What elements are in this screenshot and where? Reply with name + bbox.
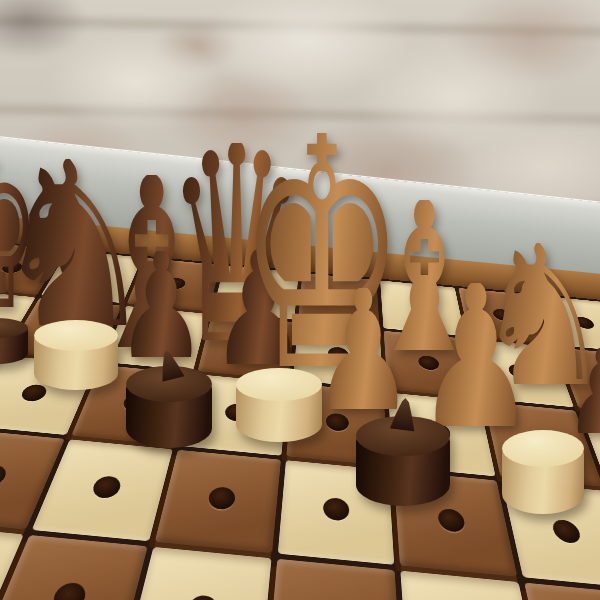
piece-golden-pawn-a[interactable]: ♟ [326, 280, 400, 414]
pawn-glyph: ♟ [566, 348, 600, 436]
board-square[interactable] [155, 449, 281, 552]
pawn-glyph: ♟ [116, 251, 206, 362]
board-square[interactable] [0, 535, 147, 600]
piece-golden-pawn-b[interactable]: ♟ [434, 274, 518, 432]
disc-dark-edge[interactable] [0, 318, 28, 364]
disc-dark-2[interactable] [356, 416, 450, 506]
disc-cream-3[interactable] [502, 430, 584, 514]
pawn-glyph: ♟ [416, 283, 537, 432]
pawn-glyph: ♟ [312, 288, 414, 414]
disc-dark-1[interactable] [126, 366, 212, 448]
disc-cream-2[interactable] [236, 368, 322, 442]
disc-cream-1[interactable] [34, 320, 118, 390]
piece-dark-pawn-b[interactable]: ♟ [124, 244, 198, 362]
board-square[interactable] [266, 559, 403, 600]
chess-photo-scene: ♚♞♟♝♟♛♟♚♟♝♟♞♟ chess — wooden travel peg … [0, 0, 600, 600]
disc-top [502, 430, 584, 467]
piece-dark-pawn-edge[interactable]: ♟ [566, 342, 600, 436]
board-square[interactable] [524, 582, 600, 600]
disc-top [236, 368, 322, 401]
disc-top [34, 320, 118, 351]
